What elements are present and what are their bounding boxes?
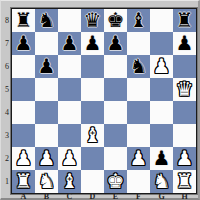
square-h1[interactable]: ♜ bbox=[173, 170, 196, 193]
square-d3[interactable]: ♝ bbox=[81, 124, 104, 147]
black-knight-icon: ♞ bbox=[38, 9, 56, 32]
square-h3[interactable] bbox=[173, 124, 196, 147]
square-f1[interactable] bbox=[127, 170, 150, 193]
rank-labels: 87654321 bbox=[1, 9, 10, 193]
white-queen-icon: ♛ bbox=[176, 78, 194, 101]
black-king-icon: ♚ bbox=[107, 9, 125, 32]
square-a1[interactable]: ♜ bbox=[12, 170, 35, 193]
square-c3[interactable] bbox=[58, 124, 81, 147]
square-d2[interactable] bbox=[81, 147, 104, 170]
square-b4[interactable] bbox=[35, 101, 58, 124]
rank-label-3: 3 bbox=[1, 124, 10, 147]
square-c5[interactable] bbox=[58, 78, 81, 101]
square-e4[interactable] bbox=[104, 101, 127, 124]
white-pawn-icon: ♟ bbox=[153, 55, 171, 78]
white-pawn-icon: ♟ bbox=[15, 147, 33, 170]
square-g4[interactable] bbox=[150, 101, 173, 124]
chess-board: ♜♞♛♚♝♜♟♟♟♟♟♟♞♟♛♝♟♟♟♟♟♟♜♞♝♚♞♜ bbox=[11, 8, 197, 194]
square-a7[interactable]: ♟ bbox=[12, 32, 35, 55]
square-d8[interactable]: ♛ bbox=[81, 9, 104, 32]
square-h7[interactable]: ♟ bbox=[173, 32, 196, 55]
square-h5[interactable]: ♛ bbox=[173, 78, 196, 101]
black-pawn-icon: ♟ bbox=[176, 32, 194, 55]
rank-label-7: 7 bbox=[1, 32, 10, 55]
rank-label-5: 5 bbox=[1, 78, 10, 101]
rank-label-6: 6 bbox=[1, 55, 10, 78]
white-pawn-icon: ♟ bbox=[61, 147, 79, 170]
square-a4[interactable] bbox=[12, 101, 35, 124]
black-pawn-icon: ♟ bbox=[15, 32, 33, 55]
file-label-g: G bbox=[150, 193, 173, 200]
black-bishop-icon: ♝ bbox=[130, 9, 148, 32]
square-f2[interactable]: ♟ bbox=[127, 147, 150, 170]
square-b6[interactable]: ♟ bbox=[35, 55, 58, 78]
white-knight-icon: ♞ bbox=[38, 170, 56, 193]
square-g8[interactable] bbox=[150, 9, 173, 32]
square-g6[interactable]: ♟ bbox=[150, 55, 173, 78]
board-frame: 87654321 ♜♞♛♚♝♜♟♟♟♟♟♟♞♟♛♝♟♟♟♟♟♟♜♞♝♚♞♜ AB… bbox=[0, 0, 200, 200]
square-g2[interactable]: ♟ bbox=[150, 147, 173, 170]
square-e2[interactable] bbox=[104, 147, 127, 170]
file-label-c: C bbox=[58, 193, 81, 200]
white-bishop-icon: ♝ bbox=[84, 124, 102, 147]
square-e5[interactable] bbox=[104, 78, 127, 101]
square-a3[interactable] bbox=[12, 124, 35, 147]
black-pawn-icon: ♟ bbox=[61, 32, 79, 55]
square-d5[interactable] bbox=[81, 78, 104, 101]
black-queen-icon: ♛ bbox=[84, 9, 102, 32]
black-pawn-icon: ♟ bbox=[84, 32, 102, 55]
square-e8[interactable]: ♚ bbox=[104, 9, 127, 32]
square-a6[interactable] bbox=[12, 55, 35, 78]
black-rook-icon: ♜ bbox=[176, 9, 194, 32]
square-b2[interactable]: ♟ bbox=[35, 147, 58, 170]
rank-label-8: 8 bbox=[1, 9, 10, 32]
square-b5[interactable] bbox=[35, 78, 58, 101]
file-label-d: D bbox=[81, 193, 104, 200]
black-pawn-icon: ♟ bbox=[107, 32, 125, 55]
rank-label-4: 4 bbox=[1, 101, 10, 124]
square-c6[interactable] bbox=[58, 55, 81, 78]
white-king-icon: ♚ bbox=[107, 170, 125, 193]
rank-label-2: 2 bbox=[1, 147, 10, 170]
square-g3[interactable] bbox=[150, 124, 173, 147]
file-label-a: A bbox=[12, 193, 35, 200]
square-f4[interactable] bbox=[127, 101, 150, 124]
square-b1[interactable]: ♞ bbox=[35, 170, 58, 193]
square-b3[interactable] bbox=[35, 124, 58, 147]
file-label-b: B bbox=[35, 193, 58, 200]
file-labels: ABCDEFGH bbox=[12, 193, 196, 200]
white-rook-icon: ♜ bbox=[15, 170, 33, 193]
square-c8[interactable] bbox=[58, 9, 81, 32]
square-e1[interactable]: ♚ bbox=[104, 170, 127, 193]
file-label-h: H bbox=[173, 193, 196, 200]
square-a2[interactable]: ♟ bbox=[12, 147, 35, 170]
square-g1[interactable]: ♞ bbox=[150, 170, 173, 193]
square-f7[interactable] bbox=[127, 32, 150, 55]
square-e3[interactable] bbox=[104, 124, 127, 147]
square-f3[interactable] bbox=[127, 124, 150, 147]
square-c2[interactable]: ♟ bbox=[58, 147, 81, 170]
square-f5[interactable] bbox=[127, 78, 150, 101]
square-e6[interactable] bbox=[104, 55, 127, 78]
white-knight-icon: ♞ bbox=[153, 170, 171, 193]
square-d7[interactable]: ♟ bbox=[81, 32, 104, 55]
white-bishop-icon: ♝ bbox=[61, 170, 79, 193]
square-f8[interactable]: ♝ bbox=[127, 9, 150, 32]
square-a5[interactable] bbox=[12, 78, 35, 101]
square-c4[interactable] bbox=[58, 101, 81, 124]
square-c1[interactable]: ♝ bbox=[58, 170, 81, 193]
square-b7[interactable] bbox=[35, 32, 58, 55]
black-rook-icon: ♜ bbox=[15, 9, 33, 32]
white-rook-icon: ♜ bbox=[176, 170, 194, 193]
square-d1[interactable] bbox=[81, 170, 104, 193]
white-pawn-icon: ♟ bbox=[176, 147, 194, 170]
square-e7[interactable]: ♟ bbox=[104, 32, 127, 55]
white-pawn-icon: ♟ bbox=[130, 147, 148, 170]
square-b8[interactable]: ♞ bbox=[35, 9, 58, 32]
file-label-e: E bbox=[104, 193, 127, 200]
square-h2[interactable]: ♟ bbox=[173, 147, 196, 170]
white-pawn-icon: ♟ bbox=[38, 147, 56, 170]
square-d6[interactable] bbox=[81, 55, 104, 78]
square-d4[interactable] bbox=[81, 101, 104, 124]
file-label-f: F bbox=[127, 193, 150, 200]
square-h8[interactable]: ♜ bbox=[173, 9, 196, 32]
square-g7[interactable] bbox=[150, 32, 173, 55]
square-a8[interactable]: ♜ bbox=[12, 9, 35, 32]
square-h4[interactable] bbox=[173, 101, 196, 124]
square-c7[interactable]: ♟ bbox=[58, 32, 81, 55]
black-knight-icon: ♞ bbox=[130, 55, 148, 78]
square-h6[interactable] bbox=[173, 55, 196, 78]
square-g5[interactable] bbox=[150, 78, 173, 101]
black-pawn-icon: ♟ bbox=[153, 147, 171, 170]
rank-label-1: 1 bbox=[1, 170, 10, 193]
square-f6[interactable]: ♞ bbox=[127, 55, 150, 78]
black-pawn-icon: ♟ bbox=[38, 55, 56, 78]
